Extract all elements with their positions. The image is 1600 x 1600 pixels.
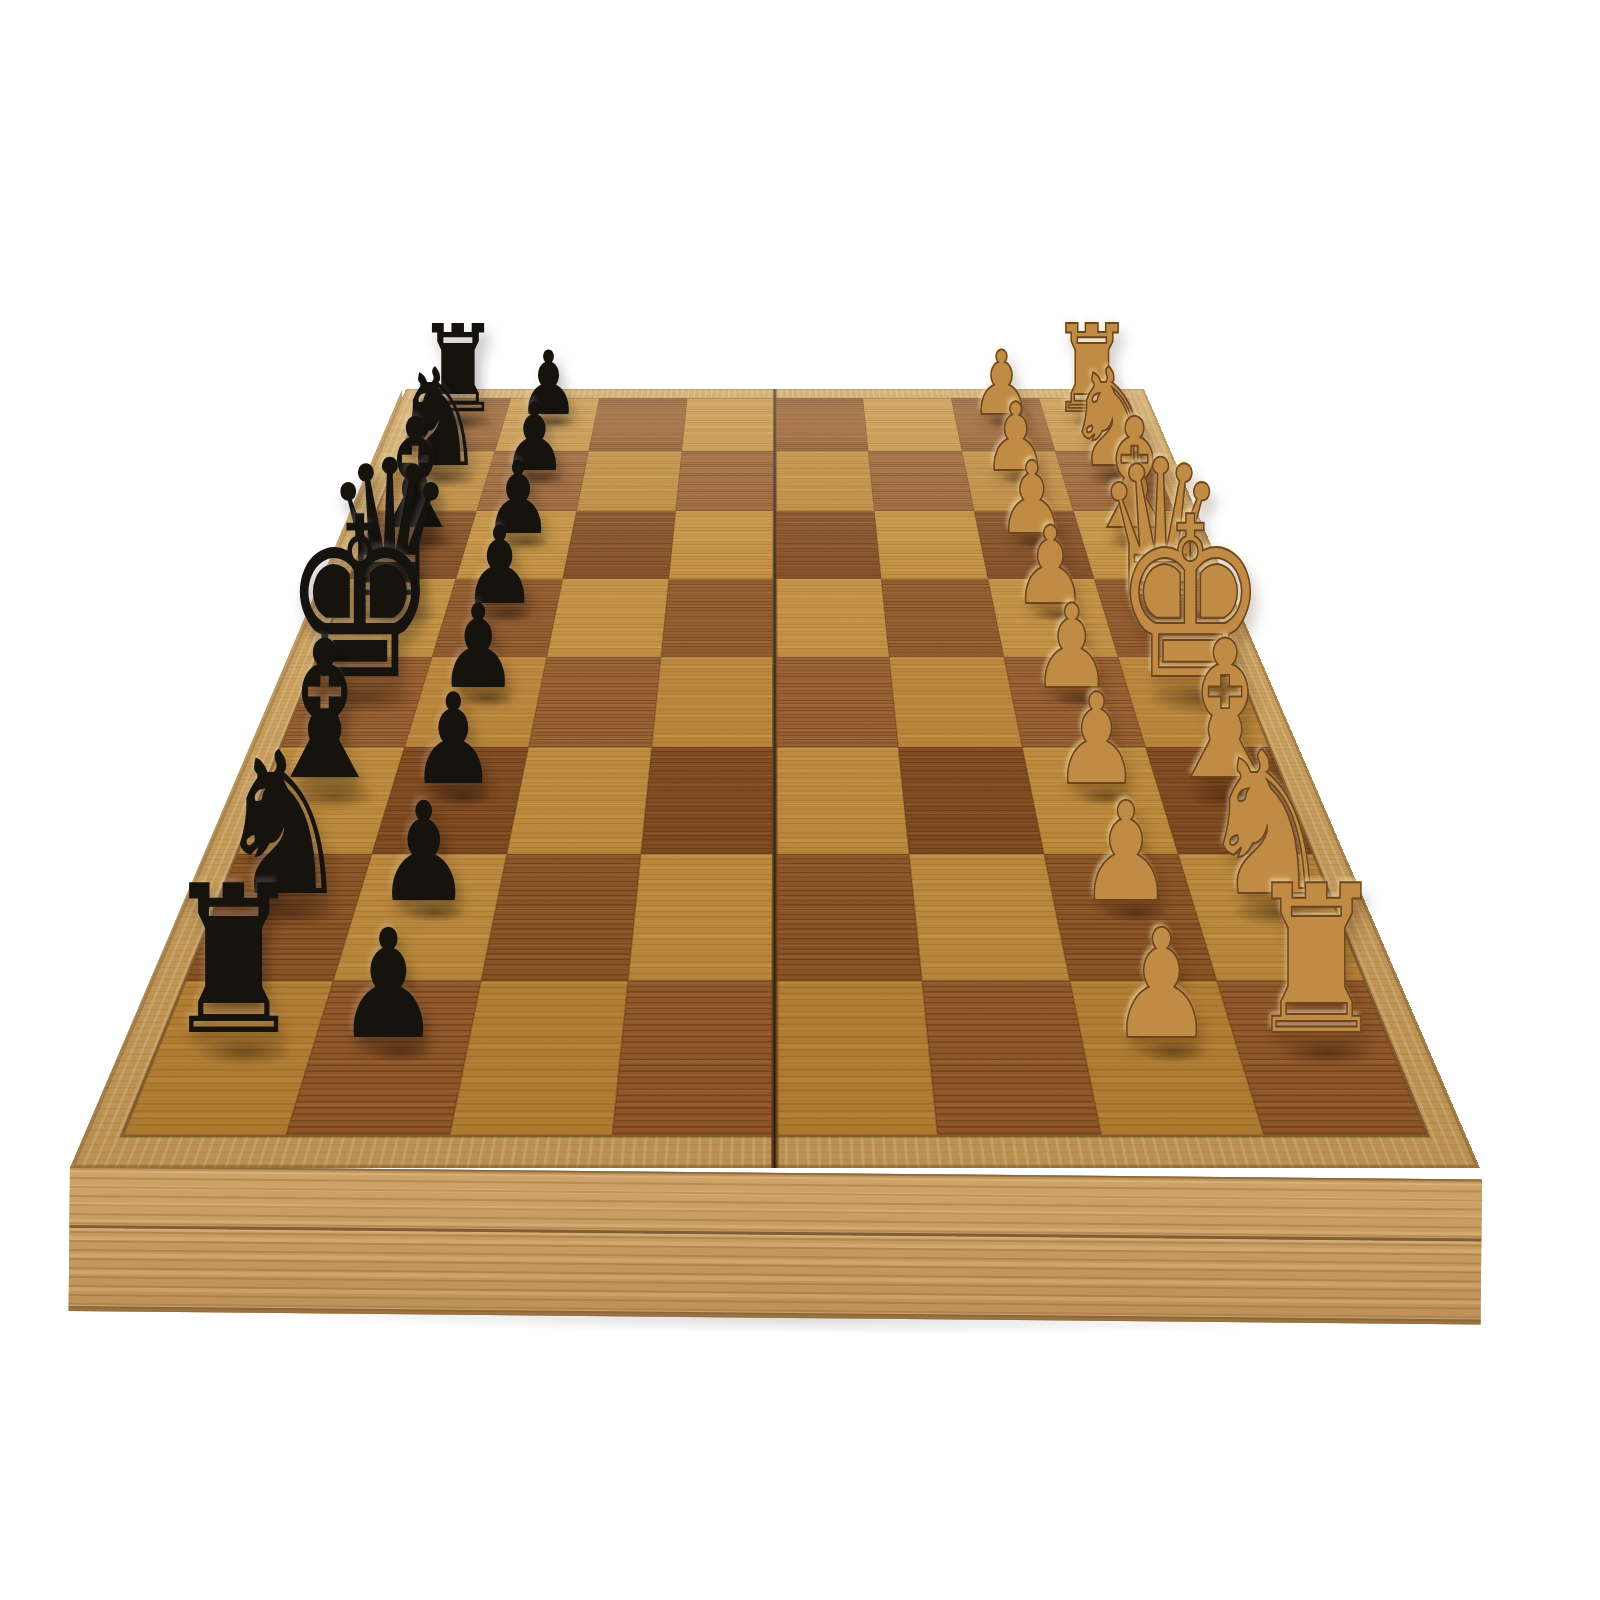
square-g6 bbox=[481, 854, 641, 981]
square-d1 bbox=[1094, 579, 1232, 657]
square-f5 bbox=[641, 747, 775, 854]
square-h5 bbox=[612, 981, 775, 1135]
square-f4 bbox=[775, 747, 909, 854]
square-a7 bbox=[495, 398, 599, 451]
square-e1 bbox=[1118, 657, 1269, 748]
photo-stage: ♜♟♟♜♞♟♟♞♝♟♟♝♛♟♟♛♚♟♟♚♝♟♟♝♞♟♟♞♜♟♟♜ bbox=[0, 0, 1600, 1600]
square-h6 bbox=[449, 981, 628, 1135]
square-f3 bbox=[898, 747, 1043, 854]
square-e5 bbox=[652, 657, 775, 748]
square-h4 bbox=[775, 981, 938, 1135]
square-c3 bbox=[874, 511, 987, 579]
square-b4 bbox=[775, 451, 874, 511]
square-c6 bbox=[562, 511, 675, 579]
square-b7 bbox=[477, 451, 589, 511]
square-c5 bbox=[669, 511, 775, 579]
square-d6 bbox=[547, 579, 669, 657]
box-lid-joint-line bbox=[69, 1225, 1481, 1242]
square-a6 bbox=[588, 398, 687, 451]
square-c8 bbox=[350, 511, 477, 579]
square-c4 bbox=[775, 511, 881, 579]
square-a3 bbox=[863, 398, 962, 451]
square-b3 bbox=[868, 451, 973, 511]
square-b2 bbox=[962, 451, 1074, 511]
square-e6 bbox=[528, 657, 661, 748]
square-b6 bbox=[576, 451, 681, 511]
square-b1 bbox=[1055, 451, 1173, 511]
square-g4 bbox=[775, 854, 922, 981]
chess-board bbox=[70, 389, 1480, 1168]
square-a5 bbox=[682, 398, 775, 451]
square-a4 bbox=[775, 398, 868, 451]
square-a1 bbox=[1039, 398, 1148, 451]
square-d3 bbox=[881, 579, 1003, 657]
square-g3 bbox=[909, 854, 1069, 981]
square-a8 bbox=[402, 398, 511, 451]
square-a2 bbox=[951, 398, 1055, 451]
square-e4 bbox=[775, 657, 898, 748]
box-front-panel bbox=[69, 1166, 1482, 1325]
square-c7 bbox=[456, 511, 576, 579]
square-d7 bbox=[432, 579, 562, 657]
square-e3 bbox=[889, 657, 1022, 748]
square-c1 bbox=[1073, 511, 1200, 579]
square-d5 bbox=[661, 579, 775, 657]
square-b8 bbox=[377, 451, 495, 511]
square-b5 bbox=[676, 451, 775, 511]
square-d4 bbox=[775, 579, 889, 657]
square-f6 bbox=[506, 747, 651, 854]
square-g5 bbox=[628, 854, 775, 981]
